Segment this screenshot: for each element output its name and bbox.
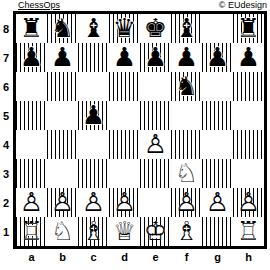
piece-black-rook: ♜ (20, 14, 43, 43)
rank-label-2: 2 (0, 188, 12, 217)
square-b7[interactable]: ♟ (47, 43, 78, 72)
square-c3[interactable] (78, 159, 109, 188)
piece-white-bishop: ♝♗ (175, 217, 198, 246)
header: ChessOps © EUdesign (18, 0, 267, 11)
square-e3[interactable] (140, 159, 171, 188)
file-labels: abcdefgh (16, 250, 264, 264)
square-c8[interactable]: ♝ (78, 14, 109, 43)
square-f7[interactable]: ♟ (171, 43, 202, 72)
square-e1[interactable]: ♚♔ (140, 217, 171, 246)
square-d7[interactable]: ♟ (109, 43, 140, 72)
piece-black-pawn: ♟ (206, 43, 229, 72)
piece-black-pawn: ♟ (175, 43, 198, 72)
rank-label-4: 4 (0, 130, 12, 159)
rank-label-7: 7 (0, 43, 12, 72)
square-f6[interactable]: ♞ (171, 72, 202, 101)
square-b6[interactable] (47, 72, 78, 101)
square-c4[interactable] (78, 130, 109, 159)
file-label-h: h (233, 250, 264, 264)
square-d3[interactable] (109, 159, 140, 188)
square-b4[interactable] (47, 130, 78, 159)
rank-label-6: 6 (0, 72, 12, 101)
piece-black-pawn: ♟ (113, 43, 136, 72)
square-f3[interactable]: ♞♘ (171, 159, 202, 188)
piece-black-bishop: ♝ (175, 14, 198, 43)
square-h8[interactable]: ♜ (233, 14, 264, 43)
square-e7[interactable]: ♟ (140, 43, 171, 72)
chess-board: ♜♞♝♛♚♝♜♟♟♟♟♟♟♟♞♟♟♙♞♘♟♙♟♙♟♙♟♙♟♙♟♙♟♙♜♖♞♘♝♗… (13, 11, 267, 249)
file-label-d: d (109, 250, 140, 264)
piece-black-pawn: ♟ (20, 43, 43, 72)
piece-white-knight: ♞♘ (175, 159, 198, 188)
square-f5[interactable] (171, 101, 202, 130)
square-a5[interactable] (16, 101, 47, 130)
square-e2[interactable] (140, 188, 171, 217)
piece-white-bishop: ♝♗ (82, 217, 105, 246)
square-b8[interactable]: ♞ (47, 14, 78, 43)
square-a8[interactable]: ♜ (16, 14, 47, 43)
piece-black-rook: ♜ (237, 14, 260, 43)
square-e8[interactable]: ♚ (140, 14, 171, 43)
square-e5[interactable] (140, 101, 171, 130)
piece-black-pawn: ♟ (82, 101, 105, 130)
piece-white-pawn: ♟♙ (237, 188, 260, 217)
rank-labels: 87654321 (0, 14, 12, 246)
square-d5[interactable] (109, 101, 140, 130)
square-d8[interactable]: ♛ (109, 14, 140, 43)
square-g3[interactable] (202, 159, 233, 188)
square-g6[interactable] (202, 72, 233, 101)
square-b1[interactable]: ♞♘ (47, 217, 78, 246)
square-a3[interactable] (16, 159, 47, 188)
piece-black-queen: ♛ (113, 14, 136, 43)
piece-white-pawn: ♟♙ (113, 188, 136, 217)
piece-black-knight: ♞ (51, 14, 74, 43)
square-g4[interactable] (202, 130, 233, 159)
piece-black-pawn: ♟ (237, 43, 260, 72)
chessops-window: ChessOps © EUdesign 87654321 ♜♞♝♛♚♝♜♟♟♟♟… (0, 0, 270, 270)
square-d4[interactable] (109, 130, 140, 159)
piece-black-pawn: ♟ (51, 43, 74, 72)
square-f2[interactable]: ♟♙ (171, 188, 202, 217)
square-e4[interactable]: ♟♙ (140, 130, 171, 159)
rank-label-8: 8 (0, 14, 12, 43)
piece-black-pawn: ♟ (144, 43, 167, 72)
square-b3[interactable] (47, 159, 78, 188)
square-d6[interactable] (109, 72, 140, 101)
square-h5[interactable] (233, 101, 264, 130)
piece-white-pawn: ♟♙ (206, 188, 229, 217)
piece-black-knight: ♞ (175, 72, 198, 101)
square-a7[interactable]: ♟ (16, 43, 47, 72)
piece-white-king: ♚♔ (144, 217, 167, 246)
piece-white-pawn: ♟♙ (144, 130, 167, 159)
piece-black-bishop: ♝ (82, 14, 105, 43)
square-c2[interactable]: ♟♙ (78, 188, 109, 217)
app-title-link[interactable]: ChessOps (18, 0, 60, 10)
square-a1[interactable]: ♜♖ (16, 217, 47, 246)
file-label-e: e (140, 250, 171, 264)
square-d1[interactable]: ♛♕ (109, 217, 140, 246)
square-c1[interactable]: ♝♗ (78, 217, 109, 246)
square-f1[interactable]: ♝♗ (171, 217, 202, 246)
square-c6[interactable] (78, 72, 109, 101)
square-h4[interactable] (233, 130, 264, 159)
piece-white-pawn: ♟♙ (51, 188, 74, 217)
square-a2[interactable]: ♟♙ (16, 188, 47, 217)
square-f8[interactable]: ♝ (171, 14, 202, 43)
square-h7[interactable]: ♟ (233, 43, 264, 72)
file-label-f: f (171, 250, 202, 264)
piece-black-king: ♚ (144, 14, 167, 43)
piece-white-pawn: ♟♙ (175, 188, 198, 217)
square-a6[interactable] (16, 72, 47, 101)
file-label-a: a (16, 250, 47, 264)
piece-white-rook: ♜♖ (237, 217, 260, 246)
square-h2[interactable]: ♟♙ (233, 188, 264, 217)
piece-white-rook: ♜♖ (20, 217, 43, 246)
file-label-b: b (47, 250, 78, 264)
square-c7[interactable] (78, 43, 109, 72)
square-g5[interactable] (202, 101, 233, 130)
copyright-text: © EUdesign (219, 0, 267, 10)
square-h6[interactable] (233, 72, 264, 101)
file-label-c: c (78, 250, 109, 264)
rank-label-1: 1 (0, 217, 12, 246)
square-h1[interactable]: ♜♖ (233, 217, 264, 246)
square-b2[interactable]: ♟♙ (47, 188, 78, 217)
square-g8[interactable] (202, 14, 233, 43)
piece-white-queen: ♛♕ (113, 217, 136, 246)
square-c5[interactable]: ♟ (78, 101, 109, 130)
square-a4[interactable] (16, 130, 47, 159)
piece-white-knight: ♞♘ (51, 217, 74, 246)
square-b5[interactable] (47, 101, 78, 130)
piece-white-pawn: ♟♙ (82, 188, 105, 217)
square-g1[interactable] (202, 217, 233, 246)
square-f4[interactable] (171, 130, 202, 159)
square-g2[interactable]: ♟♙ (202, 188, 233, 217)
rank-label-3: 3 (0, 159, 12, 188)
square-h3[interactable] (233, 159, 264, 188)
rank-label-5: 5 (0, 101, 12, 130)
piece-white-pawn: ♟♙ (20, 188, 43, 217)
square-d2[interactable]: ♟♙ (109, 188, 140, 217)
square-g7[interactable]: ♟ (202, 43, 233, 72)
square-e6[interactable] (140, 72, 171, 101)
file-label-g: g (202, 250, 233, 264)
